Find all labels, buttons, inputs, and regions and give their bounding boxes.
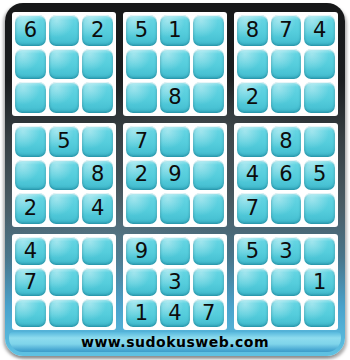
cell-r5c2[interactable] — [49, 160, 80, 191]
cell-r8c1[interactable]: 7 — [15, 268, 46, 296]
cell-r3c7[interactable]: 2 — [237, 82, 268, 113]
cell-r1c6[interactable] — [193, 15, 224, 46]
cell-r6c4[interactable] — [126, 193, 157, 224]
cell-r1c5[interactable]: 1 — [160, 15, 191, 46]
cell-r8c5[interactable]: 3 — [160, 268, 191, 296]
box-6: 84657 — [234, 123, 338, 227]
cell-r4c3[interactable] — [82, 126, 113, 157]
cell-r4c4[interactable]: 7 — [126, 126, 157, 157]
cell-r8c2[interactable] — [49, 268, 80, 296]
cell-r6c6[interactable] — [193, 193, 224, 224]
cell-r9c7[interactable] — [237, 299, 268, 327]
cell-r7c3[interactable] — [82, 237, 113, 265]
cell-r3c9[interactable] — [304, 82, 335, 113]
cell-r9c6[interactable]: 7 — [193, 299, 224, 327]
cell-r5c6[interactable] — [193, 160, 224, 191]
cell-r4c7[interactable] — [237, 126, 268, 157]
board-frame: 6251887425824729846574793147531 www.sudo… — [5, 3, 345, 356]
cell-r5c5[interactable]: 9 — [160, 160, 191, 191]
cell-r1c1[interactable]: 6 — [15, 15, 46, 46]
cell-r3c8[interactable] — [271, 82, 302, 113]
cell-r4c5[interactable] — [160, 126, 191, 157]
box-7: 47 — [12, 234, 116, 330]
cell-r6c5[interactable] — [160, 193, 191, 224]
box-4: 5824 — [12, 123, 116, 227]
cell-r3c5[interactable]: 8 — [160, 82, 191, 113]
cell-r5c9[interactable]: 5 — [304, 160, 335, 191]
cell-r6c2[interactable] — [49, 193, 80, 224]
cell-r2c9[interactable] — [304, 49, 335, 80]
cell-r5c4[interactable]: 2 — [126, 160, 157, 191]
cell-r3c4[interactable] — [126, 82, 157, 113]
cell-r2c5[interactable] — [160, 49, 191, 80]
sudoku-board: 6251887425824729846574793147531 — [12, 12, 338, 330]
cell-r2c8[interactable] — [271, 49, 302, 80]
cell-r8c9[interactable]: 1 — [304, 268, 335, 296]
cell-r9c1[interactable] — [15, 299, 46, 327]
cell-r5c8[interactable]: 6 — [271, 160, 302, 191]
cell-r9c8[interactable] — [271, 299, 302, 327]
cell-r6c1[interactable]: 2 — [15, 193, 46, 224]
cell-r4c6[interactable] — [193, 126, 224, 157]
box-2: 518 — [123, 12, 227, 116]
cell-r5c7[interactable]: 4 — [237, 160, 268, 191]
cell-r5c3[interactable]: 8 — [82, 160, 113, 191]
cell-r4c9[interactable] — [304, 126, 335, 157]
footer-band: www.sudokusweb.com — [9, 332, 341, 352]
cell-r8c3[interactable] — [82, 268, 113, 296]
site-url-link[interactable]: www.sudokusweb.com — [81, 334, 269, 350]
cell-r6c9[interactable] — [304, 193, 335, 224]
cell-r4c2[interactable]: 5 — [49, 126, 80, 157]
cell-r2c4[interactable] — [126, 49, 157, 80]
cell-r8c7[interactable] — [237, 268, 268, 296]
cell-r7c4[interactable]: 9 — [126, 237, 157, 265]
cell-r1c8[interactable]: 7 — [271, 15, 302, 46]
box-9: 531 — [234, 234, 338, 330]
cell-r2c6[interactable] — [193, 49, 224, 80]
cell-r4c8[interactable]: 8 — [271, 126, 302, 157]
cell-r8c4[interactable] — [126, 268, 157, 296]
cell-r3c1[interactable] — [15, 82, 46, 113]
cell-r7c2[interactable] — [49, 237, 80, 265]
cell-r2c3[interactable] — [82, 49, 113, 80]
cell-r2c7[interactable] — [237, 49, 268, 80]
cell-r6c8[interactable] — [271, 193, 302, 224]
cell-r1c2[interactable] — [49, 15, 80, 46]
box-3: 8742 — [234, 12, 338, 116]
cell-r5c1[interactable] — [15, 160, 46, 191]
cell-r3c2[interactable] — [49, 82, 80, 113]
cell-r8c8[interactable] — [271, 268, 302, 296]
box-1: 62 — [12, 12, 116, 116]
cell-r2c2[interactable] — [49, 49, 80, 80]
cell-r6c3[interactable]: 4 — [82, 193, 113, 224]
cell-r7c9[interactable] — [304, 237, 335, 265]
cell-r8c6[interactable] — [193, 268, 224, 296]
cell-r3c6[interactable] — [193, 82, 224, 113]
cell-r4c1[interactable] — [15, 126, 46, 157]
cell-r7c1[interactable]: 4 — [15, 237, 46, 265]
cell-r7c7[interactable]: 5 — [237, 237, 268, 265]
cell-r7c6[interactable] — [193, 237, 224, 265]
cell-r3c3[interactable] — [82, 82, 113, 113]
cell-r9c5[interactable]: 4 — [160, 299, 191, 327]
sudoku-page: 6251887425824729846574793147531 www.sudo… — [0, 0, 350, 360]
box-5: 729 — [123, 123, 227, 227]
cell-r9c9[interactable] — [304, 299, 335, 327]
cell-r1c7[interactable]: 8 — [237, 15, 268, 46]
cell-r2c1[interactable] — [15, 49, 46, 80]
cell-r9c4[interactable]: 1 — [126, 299, 157, 327]
box-8: 93147 — [123, 234, 227, 330]
cell-r1c3[interactable]: 2 — [82, 15, 113, 46]
cell-r9c3[interactable] — [82, 299, 113, 327]
cell-r6c7[interactable]: 7 — [237, 193, 268, 224]
cell-r9c2[interactable] — [49, 299, 80, 327]
cell-r1c4[interactable]: 5 — [126, 15, 157, 46]
cell-r7c5[interactable] — [160, 237, 191, 265]
cell-r1c9[interactable]: 4 — [304, 15, 335, 46]
cell-r7c8[interactable]: 3 — [271, 237, 302, 265]
